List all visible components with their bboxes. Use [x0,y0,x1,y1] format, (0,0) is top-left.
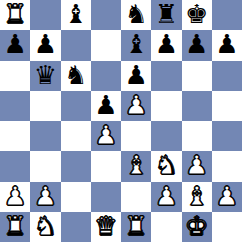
piece-black-queen[interactable]: ♛ [34,61,57,90]
square-f6[interactable] [151,61,181,91]
piece-black-pawn[interactable]: ♟ [155,30,178,59]
piece-black-pawn[interactable]: ♟ [215,30,238,59]
square-b8[interactable] [30,0,60,30]
piece-black-pawn[interactable]: ♟ [94,91,117,120]
piece-black-pawn[interactable]: ♟ [3,30,26,59]
square-a7[interactable]: ♟ [0,30,30,60]
square-h7[interactable]: ♟ [212,30,242,60]
square-e5[interactable]: ♟ [121,91,151,121]
square-h2[interactable]: ♟ [212,182,242,212]
square-c5[interactable] [61,91,91,121]
piece-white-pawn[interactable]: ♟ [34,182,57,211]
piece-black-rook[interactable]: ♜ [155,0,178,29]
square-d8[interactable] [91,0,121,30]
square-d1[interactable]: ♛ [91,212,121,242]
piece-white-pawn[interactable]: ♟ [185,151,208,180]
square-d2[interactable] [91,182,121,212]
square-e6[interactable]: ♟ [121,61,151,91]
square-g2[interactable]: ♝ [182,182,212,212]
square-a8[interactable]: ♜ [0,0,30,30]
square-a4[interactable] [0,121,30,151]
piece-white-king[interactable]: ♚ [185,212,208,241]
square-g6[interactable] [182,61,212,91]
square-d3[interactable] [91,151,121,181]
piece-white-bishop[interactable]: ♝ [185,182,208,211]
square-g7[interactable]: ♟ [182,30,212,60]
square-e7[interactable]: ♝ [121,30,151,60]
square-c8[interactable]: ♝ [61,0,91,30]
piece-black-king[interactable]: ♚ [185,0,208,29]
square-b6[interactable]: ♛ [30,61,60,91]
square-h5[interactable] [212,91,242,121]
square-a1[interactable]: ♜ [0,212,30,242]
square-a6[interactable] [0,61,30,91]
square-f4[interactable] [151,121,181,151]
square-g3[interactable]: ♟ [182,151,212,181]
square-b7[interactable]: ♟ [30,30,60,60]
piece-white-knight[interactable]: ♞ [155,151,178,180]
square-d6[interactable] [91,61,121,91]
square-c3[interactable] [61,151,91,181]
square-h6[interactable] [212,61,242,91]
square-e4[interactable] [121,121,151,151]
piece-white-bishop[interactable]: ♝ [124,151,147,180]
piece-black-pawn[interactable]: ♟ [34,30,57,59]
square-g4[interactable] [182,121,212,151]
square-d4[interactable]: ♟ [91,121,121,151]
square-a5[interactable] [0,91,30,121]
square-e2[interactable] [121,182,151,212]
square-c2[interactable] [61,182,91,212]
square-d7[interactable] [91,30,121,60]
square-h1[interactable] [212,212,242,242]
square-g1[interactable]: ♚ [182,212,212,242]
square-b5[interactable] [30,91,60,121]
piece-white-rook[interactable]: ♜ [3,0,26,29]
square-b3[interactable] [30,151,60,181]
square-e3[interactable]: ♝ [121,151,151,181]
piece-white-pawn[interactable]: ♟ [3,182,26,211]
piece-white-knight[interactable]: ♞ [34,212,57,241]
square-g8[interactable]: ♚ [182,0,212,30]
square-f3[interactable]: ♞ [151,151,181,181]
square-f8[interactable]: ♜ [151,0,181,30]
piece-white-pawn[interactable]: ♟ [94,121,117,150]
square-c7[interactable] [61,30,91,60]
square-f5[interactable] [151,91,181,121]
piece-black-bishop[interactable]: ♝ [64,0,87,29]
square-c1[interactable] [61,212,91,242]
chess-board: ♜♝♞♜♚♟♟♝♟♟♟♛♞♟♟♟♟♝♞♟♟♟♟♝♟♜♞♛♜♚ [0,0,242,242]
square-c6[interactable]: ♞ [61,61,91,91]
square-a3[interactable] [0,151,30,181]
chess-board-container: ♜♝♞♜♚♟♟♝♟♟♟♛♞♟♟♟♟♝♞♟♟♟♟♝♟♜♞♛♜♚ [0,0,242,242]
piece-white-rook[interactable]: ♜ [3,212,26,241]
square-b4[interactable] [30,121,60,151]
square-f1[interactable] [151,212,181,242]
square-e1[interactable]: ♜ [121,212,151,242]
piece-black-pawn[interactable]: ♟ [124,61,147,90]
piece-white-pawn[interactable]: ♟ [155,182,178,211]
square-b2[interactable]: ♟ [30,182,60,212]
square-h3[interactable] [212,151,242,181]
square-h8[interactable] [212,0,242,30]
piece-white-pawn[interactable]: ♟ [124,91,147,120]
square-f7[interactable]: ♟ [151,30,181,60]
square-g5[interactable] [182,91,212,121]
piece-white-pawn[interactable]: ♟ [215,182,238,211]
piece-black-knight[interactable]: ♞ [124,0,147,29]
square-h4[interactable] [212,121,242,151]
square-b1[interactable]: ♞ [30,212,60,242]
square-c4[interactable] [61,121,91,151]
square-e8[interactable]: ♞ [121,0,151,30]
square-d5[interactable]: ♟ [91,91,121,121]
piece-white-rook[interactable]: ♜ [124,212,147,241]
piece-black-bishop[interactable]: ♝ [124,30,147,59]
square-f2[interactable]: ♟ [151,182,181,212]
piece-black-pawn[interactable]: ♟ [185,30,208,59]
piece-white-queen[interactable]: ♛ [94,212,117,241]
square-a2[interactable]: ♟ [0,182,30,212]
piece-black-knight[interactable]: ♞ [64,61,87,90]
